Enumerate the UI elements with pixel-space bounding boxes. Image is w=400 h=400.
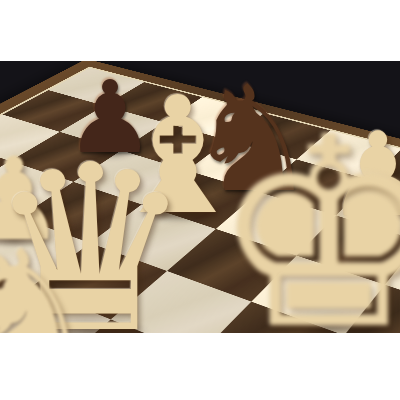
bottom-margin [0,333,400,400]
piece-white-knight-near[interactable]: ♞ [0,229,97,333]
piece-white-king[interactable]: ♚ [212,104,400,333]
top-margin [0,0,400,61]
board-photo: ♟♝♞♟♛♞♚♟ [0,61,400,333]
